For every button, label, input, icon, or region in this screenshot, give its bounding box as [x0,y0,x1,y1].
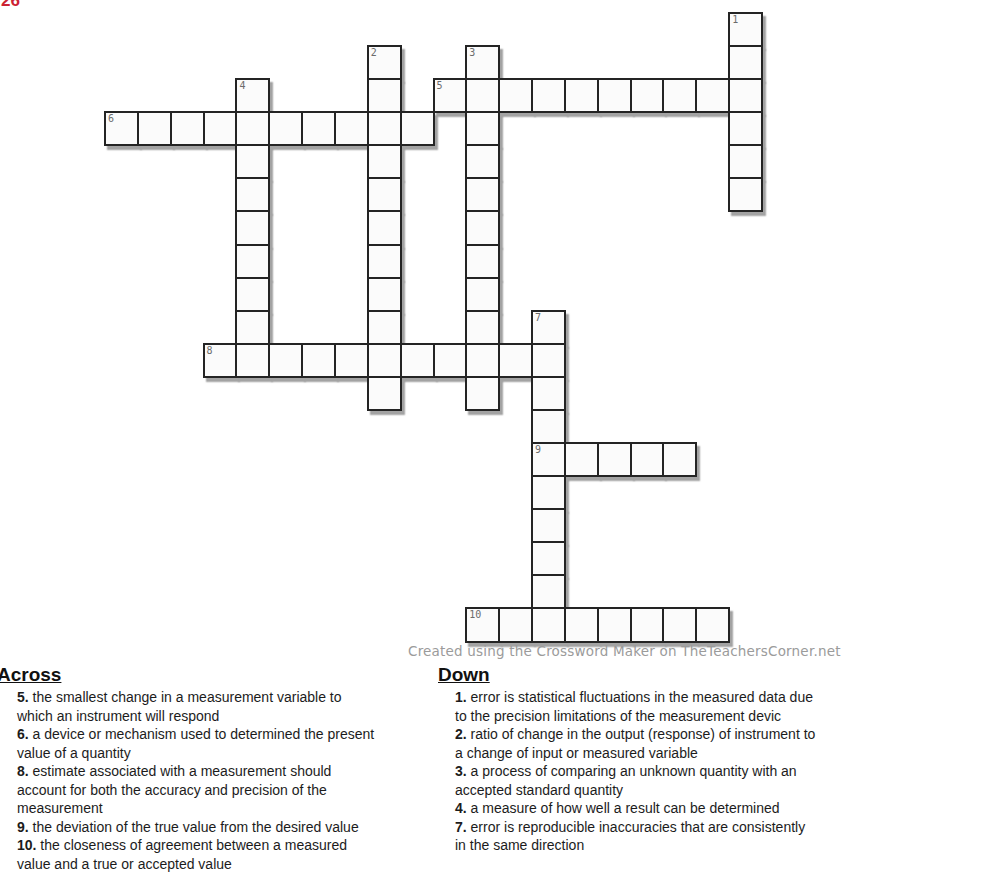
cell-clue-number: 6 [108,113,114,124]
crossword-cell-r2-c11[interactable] [465,78,500,113]
crossword-cell-r10-c8[interactable] [367,343,402,378]
clue-number-label: 6. [17,726,29,742]
cell-clue-number: 7 [535,312,541,323]
clue-8-across: 8. estimate associated with a measuremen… [17,762,374,818]
crossword-cell-r5-c8[interactable] [367,177,402,212]
crossword-cell-r18-c12[interactable] [498,607,533,642]
crossword-cell-r13-c15[interactable] [597,442,632,477]
crossword-cell-r3-c6[interactable] [301,111,336,146]
crossword-cell-r10-c7[interactable] [334,343,369,378]
cell-clue-number: 2 [371,47,377,58]
clue-number-label: 2. [455,726,467,742]
crossword-cell-r17-c13[interactable] [531,574,566,609]
crossword-cell-r2-c10[interactable]: 5 [433,78,468,113]
crossword-cell-r12-c13[interactable] [531,409,566,444]
clue-number-label: 9. [17,819,29,835]
clue-9-across: 9. the deviation of the true value from … [17,818,374,837]
crossword-cell-r3-c11[interactable] [465,111,500,146]
clue-6-across: 6. a device or mechanism used to determi… [17,725,374,762]
down-clue-list: 1. error is statistical fluctuations in … [455,688,815,855]
crossword-cell-r5-c11[interactable] [465,177,500,212]
crossword-cell-r3-c19[interactable] [728,111,763,146]
clue-text: error is statistical fluctuations in the… [455,689,813,724]
crossword-cell-r4-c4[interactable] [235,144,270,179]
clue-number-label: 4. [455,800,467,816]
crossword-cell-r13-c13[interactable]: 9 [531,442,566,477]
crossword-cell-r9-c11[interactable] [465,310,500,345]
crossword-cell-r11-c11[interactable] [465,376,500,411]
crossword-cell-r2-c4[interactable]: 4 [235,78,270,113]
clue-number-label: 1. [455,689,467,705]
crossword-cell-r8-c4[interactable] [235,277,270,312]
crossword-cell-r13-c16[interactable] [630,442,665,477]
cell-clue-number: 10 [469,609,481,620]
crossword-cell-r18-c16[interactable] [630,607,665,642]
crossword-cell-r11-c8[interactable] [367,376,402,411]
crossword-cell-r7-c11[interactable] [465,244,500,279]
clue-2-down: 2. ratio of change in the output (respon… [455,725,815,762]
clue-10-across: 10. the closeness of agreement between a… [17,836,374,873]
crossword-cell-r13-c17[interactable] [662,442,697,477]
cell-clue-number: 1 [732,14,738,25]
crossword-cell-r5-c19[interactable] [728,177,763,212]
clue-number-label: 10. [17,837,36,853]
clue-5-across: 5. the smallest change in a measurement … [17,688,374,725]
crossword-cell-r16-c13[interactable] [531,541,566,576]
crossword-cell-r4-c11[interactable] [465,144,500,179]
clue-text: the deviation of the true value from the… [33,819,359,835]
cell-clue-number: 3 [469,47,475,58]
crossword-cell-r9-c8[interactable] [367,310,402,345]
crossword-cell-r6-c11[interactable] [465,210,500,245]
crossword-cell-r10-c5[interactable] [268,343,303,378]
crossword-cell-r3-c7[interactable] [334,111,369,146]
crossword-cell-r14-c13[interactable] [531,475,566,510]
clue-text: the smallest change in a measurement var… [17,689,342,724]
clue-number-label: 8. [17,763,29,779]
crossword-cell-r10-c10[interactable] [433,343,468,378]
crossword-cell-r18-c15[interactable] [597,607,632,642]
crossword-cell-r10-c13[interactable] [531,343,566,378]
crossword-cell-r2-c15[interactable] [597,78,632,113]
crossword-cell-r2-c18[interactable] [695,78,730,113]
clue-3-down: 3. a process of comparing an unknown qua… [455,762,815,799]
crossword-cell-r1-c19[interactable] [728,45,763,80]
crossword-cell-r2-c19[interactable] [728,78,763,113]
crossword-cell-r3-c2[interactable] [170,111,205,146]
crossword-cell-r6-c8[interactable] [367,210,402,245]
clue-text: a process of comparing an unknown quanti… [455,763,797,798]
across-clue-list: 5. the smallest change in a measurement … [17,688,374,873]
cell-clue-number: 8 [207,345,213,356]
cell-clue-number: 4 [239,80,245,91]
crossword-cell-r10-c4[interactable] [235,343,270,378]
clue-text: a measure of how well a result can be de… [471,800,780,816]
crossword-cell-r3-c3[interactable] [203,111,238,146]
crossword-cell-r9-c4[interactable] [235,310,270,345]
crossword-cell-r18-c14[interactable] [564,607,599,642]
crossword-cell-r3-c1[interactable] [137,111,172,146]
crossword-cell-r0-c19[interactable]: 1 [728,12,763,47]
clue-number-label: 5. [17,689,29,705]
crossword-cell-r6-c4[interactable] [235,210,270,245]
crossword-cell-r10-c6[interactable] [301,343,336,378]
crossword-cell-r18-c17[interactable] [662,607,697,642]
crossword-cell-r2-c12[interactable] [498,78,533,113]
clue-text: ratio of change in the output (response)… [455,726,815,761]
crossword-cell-r3-c8[interactable] [367,111,402,146]
crossword-cell-r7-c8[interactable] [367,244,402,279]
cell-clue-number: 5 [437,80,443,91]
crossword-cell-r3-c9[interactable] [400,111,435,146]
crossword-cell-r2-c14[interactable] [564,78,599,113]
crossword-cell-r5-c4[interactable] [235,177,270,212]
clue-text: estimate associated with a measurement s… [17,763,331,816]
clue-4-down: 4. a measure of how well a result can be… [455,799,815,818]
crossword-cell-r11-c13[interactable] [531,376,566,411]
crossword-cell-r4-c8[interactable] [367,144,402,179]
crossword-cell-r18-c18[interactable] [695,607,730,642]
crossword-cell-r10-c12[interactable] [498,343,533,378]
crossword-cell-r10-c11[interactable] [465,343,500,378]
clue-text: a device or mechanism used to determined… [17,726,374,761]
clue-7-down: 7. error is reproducible inaccuracies th… [455,818,815,855]
crossword-cell-r18-c13[interactable] [531,607,566,642]
clue-number-label: 7. [455,819,467,835]
crossword-cell-r2-c17[interactable] [662,78,697,113]
clue-text: the closeness of agreement between a mea… [17,837,347,872]
crossword-cell-r3-c5[interactable] [268,111,303,146]
crossword-cell-r15-c13[interactable] [531,508,566,543]
crossword-cell-r10-c3[interactable]: 8 [203,343,238,378]
down-header: Down [438,664,490,686]
clue-1-down: 1. error is statistical fluctuations in … [455,688,815,725]
crossword-cell-r2-c16[interactable] [630,78,665,113]
crossword-cell-r8-c8[interactable] [367,277,402,312]
across-header: Across [0,664,61,686]
crossword-cell-r8-c11[interactable] [465,277,500,312]
crossword-cell-r13-c14[interactable] [564,442,599,477]
clue-text: error is reproducible inaccuracies that … [455,819,805,854]
crossword-cell-r9-c13[interactable]: 7 [531,310,566,345]
crossword-cell-r1-c8[interactable]: 2 [367,45,402,80]
crossword-cell-r2-c13[interactable] [531,78,566,113]
cell-clue-number: 9 [535,444,541,455]
crossword-cell-r7-c4[interactable] [235,244,270,279]
crossword-grid: 12345678910 [0,0,999,660]
crossword-cell-r4-c19[interactable] [728,144,763,179]
crossword-cell-r3-c0[interactable]: 6 [104,111,139,146]
crossword-cell-r18-c11[interactable]: 10 [465,607,500,642]
clue-number-label: 3. [455,763,467,779]
attribution-text: Created using the Crossword Maker on The… [408,643,841,659]
crossword-cell-r2-c8[interactable] [367,78,402,113]
crossword-cell-r3-c4[interactable] [235,111,270,146]
crossword-cell-r1-c11[interactable]: 3 [465,45,500,80]
crossword-cell-r10-c9[interactable] [400,343,435,378]
